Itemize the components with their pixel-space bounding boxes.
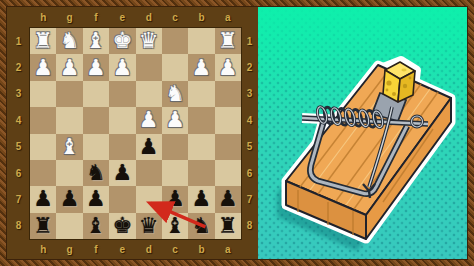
- square-h6: [30, 160, 56, 186]
- rank-label-4: 4: [247, 115, 253, 126]
- square-b3: [188, 81, 214, 107]
- square-c5: [162, 134, 188, 160]
- square-e6: ♟: [109, 160, 135, 186]
- white-r-piece: ♜: [218, 30, 238, 52]
- square-d7: [136, 186, 162, 212]
- white-b-piece: ♝: [86, 30, 106, 52]
- file-label-b: b: [198, 12, 204, 23]
- square-b2: ♟: [188, 54, 214, 80]
- rank-label-7: 7: [247, 194, 253, 205]
- black-n-piece: ♞: [86, 162, 106, 184]
- square-b5: [188, 134, 214, 160]
- square-g7: ♟: [56, 186, 82, 212]
- board-squares: ♜♞♝♚♛♜♟♟♟♟♟♟♞♟♟♝♟♞♟♟♟♟♟♟♟♜♝♚♛♝♞♜: [30, 28, 241, 239]
- square-a5: [215, 134, 241, 160]
- rank-labels-right: 12345678: [241, 28, 258, 239]
- black-p-piece: ♟: [192, 188, 212, 210]
- rank-label-3: 3: [247, 88, 253, 99]
- file-label-g: g: [67, 12, 73, 23]
- white-r-piece: ♜: [33, 30, 53, 52]
- black-p-piece: ♟: [60, 188, 80, 210]
- white-p-piece: ♟: [86, 57, 106, 79]
- rank-label-2: 2: [16, 62, 22, 73]
- file-labels-bottom: hgfedcba: [30, 239, 241, 259]
- black-p-piece: ♟: [33, 188, 53, 210]
- rank-label-6: 6: [16, 168, 22, 179]
- square-c7: ♟: [162, 186, 188, 212]
- rank-label-1: 1: [16, 36, 22, 47]
- rank-label-6: 6: [247, 168, 253, 179]
- square-c8: ♝: [162, 213, 188, 239]
- black-r-piece: ♜: [33, 215, 53, 237]
- white-k-piece: ♚: [112, 30, 132, 52]
- square-e8: ♚: [109, 213, 135, 239]
- corner-top-left: [7, 7, 30, 28]
- square-e1: ♚: [109, 28, 135, 54]
- square-c6: [162, 160, 188, 186]
- square-h7: ♟: [30, 186, 56, 212]
- file-label-c: c: [172, 244, 178, 255]
- square-c3: ♞: [162, 81, 188, 107]
- square-f5: [83, 134, 109, 160]
- file-label-a: a: [225, 12, 231, 23]
- file-label-a: a: [225, 244, 231, 255]
- rank-label-2: 2: [247, 62, 253, 73]
- square-f2: ♟: [83, 54, 109, 80]
- file-label-f: f: [94, 12, 97, 23]
- file-label-f: f: [94, 244, 97, 255]
- square-a2: ♟: [215, 54, 241, 80]
- square-g4: [56, 107, 82, 133]
- file-label-d: d: [146, 244, 152, 255]
- square-b1: [188, 28, 214, 54]
- square-d8: ♛: [136, 213, 162, 239]
- content-row: hgfedcba 12345678 ♜♞♝♚♛♜♟♟♟♟♟♟♞♟♟♝♟♞♟♟♟♟…: [7, 7, 467, 259]
- square-e7: [109, 186, 135, 212]
- mousetrap-icon: [258, 7, 467, 259]
- rank-label-8: 8: [16, 220, 22, 231]
- rank-label-8: 8: [247, 220, 253, 231]
- chessboard: hgfedcba 12345678 ♜♞♝♚♛♜♟♟♟♟♟♟♞♟♟♝♟♞♟♟♟♟…: [7, 7, 258, 259]
- square-h8: ♜: [30, 213, 56, 239]
- white-n-piece: ♞: [60, 30, 80, 52]
- square-b4: [188, 107, 214, 133]
- black-p-piece: ♟: [139, 136, 159, 158]
- black-k-piece: ♚: [112, 215, 132, 237]
- white-p-piece: ♟: [165, 109, 185, 131]
- black-p-piece: ♟: [218, 188, 238, 210]
- rank-label-5: 5: [16, 141, 22, 152]
- square-g8: [56, 213, 82, 239]
- rank-label-1: 1: [247, 36, 253, 47]
- white-p-piece: ♟: [112, 57, 132, 79]
- rank-label-4: 4: [16, 115, 22, 126]
- black-p-piece: ♟: [165, 188, 185, 210]
- square-a3: [215, 81, 241, 107]
- black-b-piece: ♝: [165, 215, 185, 237]
- square-b7: ♟: [188, 186, 214, 212]
- square-g3: [56, 81, 82, 107]
- black-b-piece: ♝: [86, 215, 106, 237]
- square-e5: [109, 134, 135, 160]
- square-g6: [56, 160, 82, 186]
- file-label-c: c: [172, 12, 178, 23]
- rank-label-3: 3: [16, 88, 22, 99]
- file-label-b: b: [198, 244, 204, 255]
- square-h4: [30, 107, 56, 133]
- white-n-piece: ♞: [165, 83, 185, 105]
- white-p-piece: ♟: [139, 109, 159, 131]
- corner-bottom-left: [7, 239, 30, 259]
- square-h3: [30, 81, 56, 107]
- corner-top-right: [241, 7, 258, 28]
- square-b8: ♞: [188, 213, 214, 239]
- mousetrap-illustration: [258, 7, 467, 259]
- square-h5: [30, 134, 56, 160]
- rank-labels-left: 12345678: [7, 28, 30, 239]
- square-a7: ♟: [215, 186, 241, 212]
- white-b-piece: ♝: [60, 136, 80, 158]
- square-e4: [109, 107, 135, 133]
- square-c2: [162, 54, 188, 80]
- square-e3: [109, 81, 135, 107]
- square-b6: [188, 160, 214, 186]
- square-c1: [162, 28, 188, 54]
- file-label-d: d: [146, 12, 152, 23]
- square-f6: ♞: [83, 160, 109, 186]
- square-d3: [136, 81, 162, 107]
- square-a1: ♜: [215, 28, 241, 54]
- square-f4: [83, 107, 109, 133]
- square-a4: [215, 107, 241, 133]
- file-label-h: h: [40, 244, 46, 255]
- black-r-piece: ♜: [218, 215, 238, 237]
- file-label-e: e: [120, 12, 126, 23]
- square-f1: ♝: [83, 28, 109, 54]
- square-h1: ♜: [30, 28, 56, 54]
- square-g5: ♝: [56, 134, 82, 160]
- white-p-piece: ♟: [218, 57, 238, 79]
- square-f7: ♟: [83, 186, 109, 212]
- thumbnail-canvas: hgfedcba 12345678 ♜♞♝♚♛♜♟♟♟♟♟♟♞♟♟♝♟♞♟♟♟♟…: [0, 0, 474, 266]
- square-d1: ♛: [136, 28, 162, 54]
- file-label-g: g: [67, 244, 73, 255]
- square-a8: ♜: [215, 213, 241, 239]
- square-f8: ♝: [83, 213, 109, 239]
- rank-label-7: 7: [16, 194, 22, 205]
- file-label-e: e: [120, 244, 126, 255]
- white-p-piece: ♟: [33, 57, 53, 79]
- file-labels-top: hgfedcba: [30, 7, 241, 28]
- square-d5: ♟: [136, 134, 162, 160]
- black-n-piece: ♞: [192, 215, 212, 237]
- white-p-piece: ♟: [60, 57, 80, 79]
- square-g1: ♞: [56, 28, 82, 54]
- square-f3: [83, 81, 109, 107]
- square-g2: ♟: [56, 54, 82, 80]
- trap-plank: [286, 65, 451, 239]
- square-d6: [136, 160, 162, 186]
- square-d2: [136, 54, 162, 80]
- rank-label-5: 5: [247, 141, 253, 152]
- black-q-piece: ♛: [139, 215, 159, 237]
- white-q-piece: ♛: [139, 30, 159, 52]
- corner-bottom-right: [241, 239, 258, 259]
- black-p-piece: ♟: [86, 188, 106, 210]
- black-p-piece: ♟: [112, 162, 132, 184]
- square-h2: ♟: [30, 54, 56, 80]
- white-p-piece: ♟: [192, 57, 212, 79]
- file-label-h: h: [40, 12, 46, 23]
- square-d4: ♟: [136, 107, 162, 133]
- square-e2: ♟: [109, 54, 135, 80]
- square-c4: ♟: [162, 107, 188, 133]
- square-a6: [215, 160, 241, 186]
